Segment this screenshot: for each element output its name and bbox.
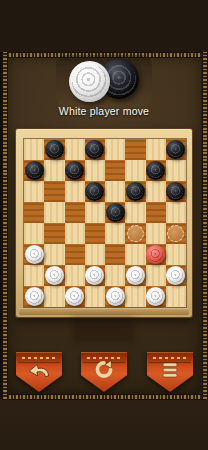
board-square[interactable] (166, 265, 186, 286)
board-square (125, 286, 145, 307)
board-square (85, 202, 105, 223)
board-square (146, 181, 166, 202)
white-man[interactable] (25, 287, 44, 306)
white-man[interactable] (146, 287, 165, 306)
back-arrow-icon (26, 360, 52, 380)
back-button[interactable] (16, 352, 62, 392)
board-square[interactable] (105, 160, 125, 181)
board-square (125, 202, 145, 223)
board-square[interactable] (125, 265, 145, 286)
board-square[interactable] (44, 139, 64, 160)
board-square (125, 244, 145, 265)
board-square (65, 139, 85, 160)
board-square (65, 181, 85, 202)
board-square[interactable] (146, 160, 166, 181)
board-square[interactable] (166, 139, 186, 160)
board-square (166, 244, 186, 265)
board-square (105, 181, 125, 202)
white-man[interactable] (166, 266, 185, 285)
board-square (166, 160, 186, 181)
black-man[interactable] (85, 140, 104, 159)
white-man[interactable] (65, 287, 84, 306)
white-checker-indicator (69, 61, 110, 102)
board-square (105, 139, 125, 160)
black-man[interactable] (166, 140, 185, 159)
board-square[interactable] (146, 202, 166, 223)
board-square[interactable] (146, 244, 166, 265)
board-square (44, 160, 64, 181)
board-square (105, 265, 125, 286)
board-square (65, 265, 85, 286)
black-man[interactable] (65, 161, 84, 180)
board-square[interactable] (44, 265, 64, 286)
turn-status-text: White player move (0, 105, 208, 117)
black-man[interactable] (45, 140, 64, 159)
frame-stitch-bottom (2, 394, 206, 400)
board-square[interactable] (65, 202, 85, 223)
menu-bars-icon (159, 361, 181, 380)
board-square[interactable] (146, 286, 166, 307)
restart-button[interactable] (81, 352, 127, 392)
board-square (44, 202, 64, 223)
board-square (146, 265, 166, 286)
selected-white-man[interactable] (146, 245, 165, 264)
white-man[interactable] (85, 266, 104, 285)
black-man[interactable] (85, 182, 104, 201)
board-square[interactable] (24, 160, 44, 181)
board-square (85, 160, 105, 181)
move-hint[interactable] (167, 225, 184, 242)
board-square[interactable] (85, 223, 105, 244)
board-square (105, 223, 125, 244)
board-square[interactable] (65, 160, 85, 181)
board-square (24, 181, 44, 202)
board-square[interactable] (85, 181, 105, 202)
board-square[interactable] (24, 244, 44, 265)
board-square[interactable] (125, 181, 145, 202)
board-shadow (72, 317, 134, 343)
board-square[interactable] (24, 202, 44, 223)
board-square (24, 265, 44, 286)
white-man[interactable] (25, 245, 44, 264)
board-square (166, 202, 186, 223)
board-square (24, 223, 44, 244)
board-square[interactable] (125, 139, 145, 160)
board-square (125, 160, 145, 181)
board-square (24, 139, 44, 160)
board-square (85, 244, 105, 265)
board-square[interactable] (166, 181, 186, 202)
bottom-backdrop (0, 399, 208, 450)
restart-icon (92, 360, 116, 381)
move-hint[interactable] (127, 225, 144, 242)
black-man[interactable] (166, 182, 185, 201)
board-square[interactable] (85, 139, 105, 160)
board-square (65, 223, 85, 244)
black-man[interactable] (146, 161, 165, 180)
black-man[interactable] (25, 161, 44, 180)
board-square (85, 286, 105, 307)
board-square[interactable] (24, 286, 44, 307)
board-square[interactable] (44, 223, 64, 244)
board-square (146, 223, 166, 244)
menu-button[interactable] (147, 352, 193, 392)
board-square[interactable] (44, 181, 64, 202)
board-grid (23, 138, 187, 308)
board-square (166, 286, 186, 307)
board-square[interactable] (105, 244, 125, 265)
board-square (44, 286, 64, 307)
board-square (44, 244, 64, 265)
board-square[interactable] (65, 244, 85, 265)
board-square (146, 139, 166, 160)
checkers-board (15, 128, 193, 318)
white-man[interactable] (126, 266, 145, 285)
white-man[interactable] (45, 266, 64, 285)
app-screen: White player move (0, 0, 208, 450)
board-square[interactable] (85, 265, 105, 286)
board-square[interactable] (65, 286, 85, 307)
board-square[interactable] (166, 223, 186, 244)
board-square[interactable] (105, 286, 125, 307)
board-square[interactable] (125, 223, 145, 244)
top-backdrop (0, 0, 208, 52)
black-man[interactable] (106, 203, 125, 222)
white-man[interactable] (106, 287, 125, 306)
board-square[interactable] (105, 202, 125, 223)
black-man[interactable] (126, 182, 145, 201)
